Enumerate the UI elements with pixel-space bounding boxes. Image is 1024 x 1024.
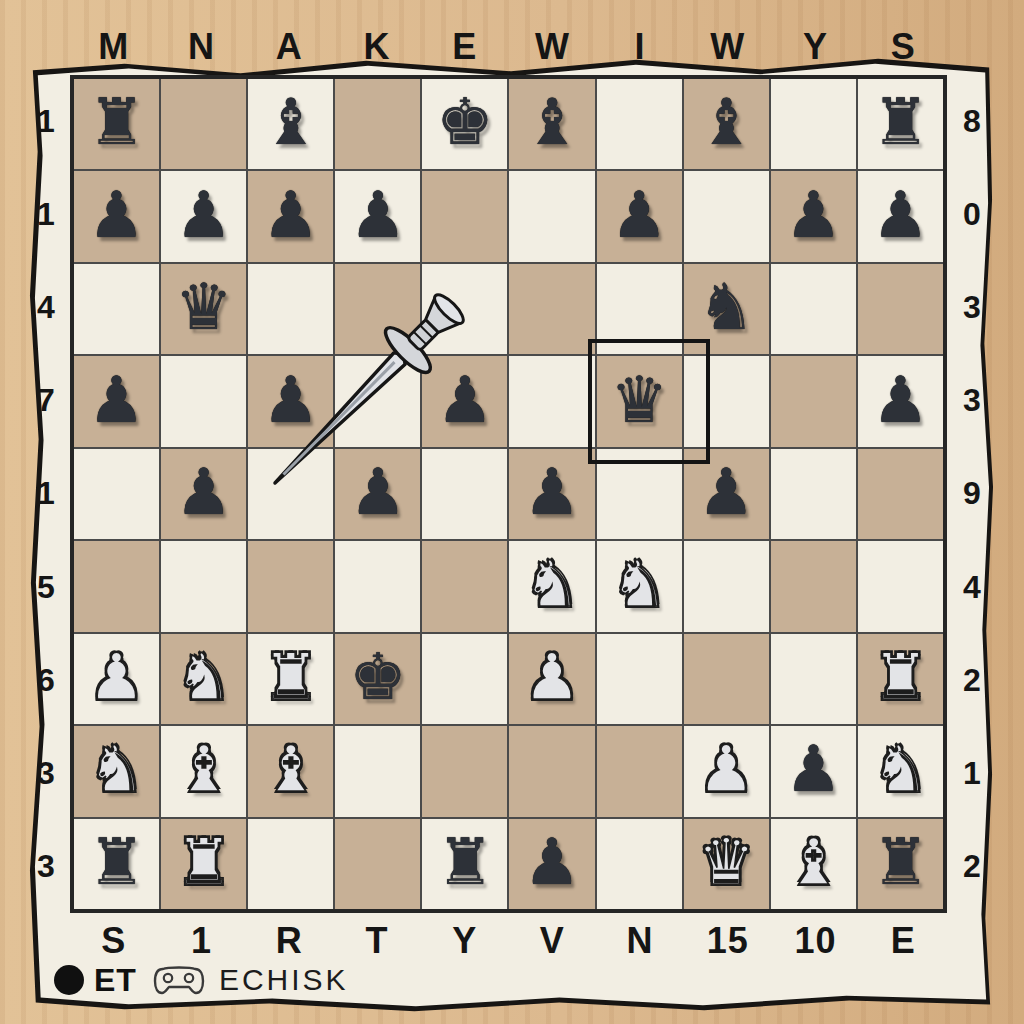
rank-label-left-8: 3 bbox=[26, 727, 66, 820]
rank-label-right-9: 2 bbox=[952, 820, 992, 913]
square-r8c4[interactable] bbox=[335, 726, 420, 816]
rank-label-right-8: 1 bbox=[952, 727, 992, 820]
square-r3c2[interactable]: ♛ bbox=[161, 264, 246, 354]
square-r2c9[interactable]: ♟ bbox=[771, 171, 856, 261]
brand-light-text: ECHISK bbox=[219, 963, 349, 997]
square-r1c7[interactable] bbox=[597, 79, 682, 169]
black-pawn[interactable]: ♟ bbox=[523, 830, 580, 894]
square-r3c5[interactable] bbox=[422, 264, 507, 354]
square-r4c1[interactable]: ♟ bbox=[74, 356, 159, 446]
black-pawn[interactable]: ♟ bbox=[88, 368, 145, 432]
square-r9c5[interactable]: ♜ bbox=[422, 819, 507, 909]
square-r7c10[interactable]: ♜ bbox=[858, 634, 943, 724]
black-king[interactable]: ♚ bbox=[349, 645, 406, 709]
black-bishop[interactable]: ♝ bbox=[698, 90, 755, 154]
square-r2c7[interactable]: ♟ bbox=[597, 171, 682, 261]
square-r7c4[interactable]: ♚ bbox=[335, 634, 420, 724]
square-r6c7[interactable]: ♞ bbox=[597, 541, 682, 631]
black-pawn[interactable]: ♟ bbox=[349, 460, 406, 524]
square-r9c1[interactable]: ♜ bbox=[74, 819, 159, 909]
white-bishop[interactable]: ♝ bbox=[262, 737, 319, 801]
square-r9c6[interactable]: ♟ bbox=[509, 819, 594, 909]
file-label-top-5: E bbox=[421, 24, 509, 70]
white-rook[interactable]: ♜ bbox=[262, 645, 319, 709]
square-r2c4[interactable]: ♟ bbox=[335, 171, 420, 261]
ranks-left: 114715633 bbox=[26, 75, 66, 913]
square-r2c6[interactable] bbox=[509, 171, 594, 261]
square-r9c3[interactable] bbox=[248, 819, 333, 909]
square-r8c3[interactable]: ♝ bbox=[248, 726, 333, 816]
black-rook[interactable]: ♜ bbox=[88, 90, 145, 154]
square-r1c10[interactable]: ♜ bbox=[858, 79, 943, 169]
square-r6c4[interactable] bbox=[335, 541, 420, 631]
logo-dot-icon bbox=[54, 965, 84, 995]
black-pawn[interactable]: ♟ bbox=[349, 183, 406, 247]
black-pawn[interactable]: ♟ bbox=[872, 183, 929, 247]
square-r8c7[interactable] bbox=[597, 726, 682, 816]
square-r3c3[interactable] bbox=[248, 264, 333, 354]
square-r5c4[interactable]: ♟ bbox=[335, 449, 420, 539]
square-r6c10[interactable] bbox=[858, 541, 943, 631]
file-label-bottom-8: 15 bbox=[684, 918, 772, 964]
board: ♜♝♚♝♝♜♟♟♟♟♟♟♟♛♞♟♟♟♛♟♟♟♟♟♞♞♟♞♜♚♟♜♞♝♝♟♟♞♜♜… bbox=[70, 75, 947, 913]
square-r2c8[interactable] bbox=[684, 171, 769, 261]
square-r6c6[interactable]: ♞ bbox=[509, 541, 594, 631]
square-r5c2[interactable]: ♟ bbox=[161, 449, 246, 539]
square-r9c7[interactable] bbox=[597, 819, 682, 909]
file-label-top-3: A bbox=[245, 24, 333, 70]
black-queen[interactable]: ♛ bbox=[175, 275, 232, 339]
square-r7c6[interactable]: ♟ bbox=[509, 634, 594, 724]
black-pawn[interactable]: ♟ bbox=[872, 368, 929, 432]
square-r8c8[interactable]: ♟ bbox=[684, 726, 769, 816]
file-label-top-10: S bbox=[859, 24, 947, 70]
black-pawn[interactable]: ♟ bbox=[175, 183, 232, 247]
file-label-top-8: W bbox=[684, 24, 772, 70]
square-r7c1[interactable]: ♟ bbox=[74, 634, 159, 724]
black-pawn[interactable]: ♟ bbox=[88, 183, 145, 247]
file-label-bottom-10: E bbox=[859, 918, 947, 964]
square-r4c9[interactable] bbox=[771, 356, 856, 446]
square-r1c5[interactable]: ♚ bbox=[422, 79, 507, 169]
white-pawn[interactable]: ♟ bbox=[698, 737, 755, 801]
rank-label-right-7: 2 bbox=[952, 634, 992, 727]
white-knight[interactable]: ♞ bbox=[523, 552, 580, 616]
white-knight[interactable]: ♞ bbox=[88, 737, 145, 801]
square-r4c3[interactable]: ♟ bbox=[248, 356, 333, 446]
square-r9c2[interactable]: ♜ bbox=[161, 819, 246, 909]
rank-label-right-2: 0 bbox=[952, 168, 992, 261]
black-pawn[interactable]: ♟ bbox=[610, 183, 667, 247]
square-r5c9[interactable] bbox=[771, 449, 856, 539]
file-label-top-4: K bbox=[333, 24, 421, 70]
square-r9c8[interactable]: ♛ bbox=[684, 819, 769, 909]
square-r7c3[interactable]: ♜ bbox=[248, 634, 333, 724]
square-r1c6[interactable]: ♝ bbox=[509, 79, 594, 169]
square-r4c10[interactable]: ♟ bbox=[858, 356, 943, 446]
rank-label-left-4: 7 bbox=[26, 354, 66, 447]
game-controller-icon bbox=[153, 963, 205, 997]
black-pawn[interactable]: ♟ bbox=[436, 368, 493, 432]
black-rook[interactable]: ♜ bbox=[872, 830, 929, 894]
square-r2c2[interactable]: ♟ bbox=[161, 171, 246, 261]
rank-label-right-6: 4 bbox=[952, 541, 992, 634]
white-rook[interactable]: ♜ bbox=[175, 830, 232, 894]
rank-label-left-3: 4 bbox=[26, 261, 66, 354]
square-r5c5[interactable] bbox=[422, 449, 507, 539]
square-r6c3[interactable] bbox=[248, 541, 333, 631]
square-r7c9[interactable] bbox=[771, 634, 856, 724]
file-label-bottom-4: T bbox=[333, 918, 421, 964]
file-label-bottom-1: S bbox=[70, 918, 158, 964]
square-r3c9[interactable] bbox=[771, 264, 856, 354]
highlight-square-outline bbox=[588, 339, 710, 464]
rank-label-left-7: 6 bbox=[26, 634, 66, 727]
square-r2c5[interactable] bbox=[422, 171, 507, 261]
white-bishop[interactable]: ♝ bbox=[175, 737, 232, 801]
square-r6c2[interactable] bbox=[161, 541, 246, 631]
rank-label-right-5: 9 bbox=[952, 447, 992, 540]
square-r8c5[interactable] bbox=[422, 726, 507, 816]
file-label-bottom-5: Y bbox=[421, 918, 509, 964]
square-r8c9[interactable]: ♟ bbox=[771, 726, 856, 816]
file-label-bottom-9: 10 bbox=[772, 918, 860, 964]
square-r8c10[interactable]: ♞ bbox=[858, 726, 943, 816]
square-r9c9[interactable]: ♝ bbox=[771, 819, 856, 909]
black-rook[interactable]: ♜ bbox=[436, 830, 493, 894]
rank-label-left-2: 1 bbox=[26, 168, 66, 261]
black-pawn[interactable]: ♟ bbox=[785, 737, 842, 801]
white-bishop[interactable]: ♝ bbox=[785, 830, 842, 894]
square-r7c7[interactable] bbox=[597, 634, 682, 724]
square-r5c3[interactable] bbox=[248, 449, 333, 539]
files-top: MNAKEWIWYS bbox=[70, 24, 947, 70]
rank-label-right-3: 3 bbox=[952, 261, 992, 354]
file-label-top-1: M bbox=[70, 24, 158, 70]
rank-label-left-1: 1 bbox=[26, 75, 66, 168]
rank-label-left-6: 5 bbox=[26, 541, 66, 634]
black-pawn[interactable]: ♟ bbox=[523, 460, 580, 524]
black-king[interactable]: ♚ bbox=[436, 90, 493, 154]
rank-label-left-5: 1 bbox=[26, 447, 66, 540]
rank-label-right-1: 8 bbox=[952, 75, 992, 168]
black-pawn[interactable]: ♟ bbox=[262, 368, 319, 432]
square-r1c2[interactable] bbox=[161, 79, 246, 169]
square-r6c1[interactable] bbox=[74, 541, 159, 631]
square-r4c2[interactable] bbox=[161, 356, 246, 446]
black-bishop[interactable]: ♝ bbox=[523, 90, 580, 154]
black-pawn[interactable]: ♟ bbox=[785, 183, 842, 247]
square-r3c6[interactable] bbox=[509, 264, 594, 354]
file-label-bottom-6: V bbox=[509, 918, 597, 964]
white-knight[interactable]: ♞ bbox=[872, 737, 929, 801]
square-r4c4[interactable] bbox=[335, 356, 420, 446]
white-pawn[interactable]: ♟ bbox=[523, 645, 580, 709]
black-knight[interactable]: ♞ bbox=[698, 275, 755, 339]
square-r3c10[interactable] bbox=[858, 264, 943, 354]
square-r9c10[interactable]: ♜ bbox=[858, 819, 943, 909]
square-r1c3[interactable]: ♝ bbox=[248, 79, 333, 169]
white-pawn[interactable]: ♟ bbox=[88, 645, 145, 709]
black-pawn[interactable]: ♟ bbox=[698, 460, 755, 524]
square-r4c5[interactable]: ♟ bbox=[422, 356, 507, 446]
black-pawn[interactable]: ♟ bbox=[262, 183, 319, 247]
square-r2c3[interactable]: ♟ bbox=[248, 171, 333, 261]
files-bottom: S1RTYVN1510E bbox=[70, 918, 947, 964]
square-r6c5[interactable] bbox=[422, 541, 507, 631]
file-label-top-9: Y bbox=[772, 24, 860, 70]
square-r1c8[interactable]: ♝ bbox=[684, 79, 769, 169]
square-r7c8[interactable] bbox=[684, 634, 769, 724]
rank-label-right-4: 3 bbox=[952, 354, 992, 447]
file-label-bottom-2: 1 bbox=[158, 918, 246, 964]
square-r4c6[interactable] bbox=[509, 356, 594, 446]
black-rook[interactable]: ♜ bbox=[88, 830, 145, 894]
square-r5c10[interactable] bbox=[858, 449, 943, 539]
square-r6c9[interactable] bbox=[771, 541, 856, 631]
brand-bold-text: ET bbox=[94, 962, 137, 999]
square-r6c8[interactable] bbox=[684, 541, 769, 631]
file-label-top-6: W bbox=[509, 24, 597, 70]
file-label-top-2: N bbox=[158, 24, 246, 70]
square-r8c6[interactable] bbox=[509, 726, 594, 816]
square-r8c2[interactable]: ♝ bbox=[161, 726, 246, 816]
square-r5c1[interactable] bbox=[74, 449, 159, 539]
rank-label-left-9: 3 bbox=[26, 820, 66, 913]
black-rook[interactable]: ♜ bbox=[872, 90, 929, 154]
black-bishop[interactable]: ♝ bbox=[262, 90, 319, 154]
footer-logo: ET ECHISK bbox=[54, 960, 349, 1000]
file-label-top-7: I bbox=[596, 24, 684, 70]
square-r3c4[interactable] bbox=[335, 264, 420, 354]
square-r9c4[interactable] bbox=[335, 819, 420, 909]
white-knight[interactable]: ♞ bbox=[175, 645, 232, 709]
square-r1c9[interactable] bbox=[771, 79, 856, 169]
white-rook[interactable]: ♜ bbox=[872, 645, 929, 709]
square-r8c1[interactable]: ♞ bbox=[74, 726, 159, 816]
black-pawn[interactable]: ♟ bbox=[175, 460, 232, 524]
square-r2c1[interactable]: ♟ bbox=[74, 171, 159, 261]
square-r2c10[interactable]: ♟ bbox=[858, 171, 943, 261]
square-r1c4[interactable] bbox=[335, 79, 420, 169]
square-r7c5[interactable] bbox=[422, 634, 507, 724]
square-r1c1[interactable]: ♜ bbox=[74, 79, 159, 169]
file-label-bottom-7: N bbox=[596, 918, 684, 964]
square-r3c1[interactable] bbox=[74, 264, 159, 354]
white-knight[interactable]: ♞ bbox=[610, 552, 667, 616]
ranks-right: 803394212 bbox=[952, 75, 992, 913]
file-label-bottom-3: R bbox=[245, 918, 333, 964]
square-r7c2[interactable]: ♞ bbox=[161, 634, 246, 724]
white-queen[interactable]: ♛ bbox=[698, 830, 755, 894]
square-r5c6[interactable]: ♟ bbox=[509, 449, 594, 539]
